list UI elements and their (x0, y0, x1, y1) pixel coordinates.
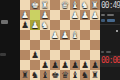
piece-black-pawn: ♟ (60, 60, 70, 70)
panel-divider (100, 24, 120, 25)
square-h5[interactable] (20, 40, 30, 50)
square-d2[interactable] (60, 10, 70, 20)
panel-button-2[interactable] (107, 19, 115, 22)
black-clock: 00:00 (100, 55, 120, 67)
piece-white-pawn: ♟ (60, 30, 70, 40)
opponent-rating-bar (106, 51, 111, 53)
square-g4[interactable] (30, 30, 40, 40)
square-g5[interactable] (30, 40, 40, 50)
piece-black-bishop: ♝ (40, 70, 50, 80)
piece-black-knight: ♞ (30, 70, 40, 80)
square-g8[interactable]: ♞ (30, 70, 40, 80)
square-d6[interactable] (60, 50, 70, 60)
piece-white-pawn: ♟ (70, 10, 80, 20)
piece-black-knight: ♞ (80, 70, 90, 80)
square-b5[interactable] (80, 40, 90, 50)
white-clock-time: 00:49 (100, 0, 120, 12)
square-f7[interactable]: ♟ (40, 60, 50, 70)
square-f4[interactable] (40, 30, 50, 40)
piece-white-pawn: ♟ (50, 30, 60, 40)
square-c6[interactable] (70, 50, 80, 60)
square-d8[interactable]: ♛ (60, 70, 70, 80)
white-clock: 00:49 (100, 0, 120, 12)
square-d1[interactable]: ♛ (60, 0, 70, 10)
right-panel: 00:49 00:00 (100, 0, 120, 80)
piece-white-knight: ♞ (40, 20, 50, 30)
piece-white-queen: ♛ (60, 0, 70, 10)
square-a1[interactable]: ♜ (90, 0, 100, 10)
square-a7[interactable]: ♟ (90, 60, 100, 70)
piece-black-pawn: ♟ (70, 60, 80, 70)
app-window: ♚♜♛♝♞♜♟♟♟♟♟♟♟♞♟♟♝♟♟♟♟♟♟♟♜♞♝♚♛♝♞♜ 00:49 0… (0, 0, 120, 80)
black-clock-time: 00:00 (100, 55, 120, 67)
square-c5[interactable] (70, 40, 80, 50)
square-b2[interactable]: ♟ (80, 10, 90, 20)
square-h4[interactable] (20, 30, 30, 40)
player-rating-bar (107, 14, 114, 16)
square-g6[interactable]: ♟ (30, 50, 40, 60)
piece-white-king: ♚ (30, 0, 40, 10)
player-name-bar (101, 14, 105, 16)
square-b7[interactable]: ♟ (80, 60, 90, 70)
square-h1[interactable] (20, 0, 30, 10)
square-b8[interactable]: ♞ (80, 70, 90, 80)
square-g1[interactable]: ♚ (30, 0, 40, 10)
piece-white-pawn: ♟ (30, 20, 40, 30)
square-b4[interactable] (80, 30, 90, 40)
piece-white-rook: ♜ (40, 0, 50, 10)
piece-white-pawn: ♟ (80, 10, 90, 20)
square-h8[interactable]: ♜ (20, 70, 30, 80)
piece-black-pawn: ♟ (40, 60, 50, 70)
piece-black-queen: ♛ (60, 70, 70, 80)
piece-black-pawn: ♟ (50, 60, 60, 70)
square-a3[interactable] (90, 20, 100, 30)
piece-black-pawn: ♟ (20, 20, 30, 30)
piece-white-knight: ♞ (80, 0, 90, 10)
sidebar-glyph-icon[interactable] (1, 20, 8, 24)
square-d5[interactable] (60, 40, 70, 50)
piece-black-rook: ♜ (20, 70, 30, 80)
sidebar-glyph2-icon (0, 53, 6, 56)
square-e7[interactable]: ♟ (50, 60, 60, 70)
square-f5[interactable] (40, 40, 50, 50)
square-f6[interactable] (40, 50, 50, 60)
square-a2[interactable]: ♟ (90, 10, 100, 20)
square-f8[interactable]: ♝ (40, 70, 50, 80)
piece-white-bishop: ♝ (70, 30, 80, 40)
square-f2[interactable]: ♟ (40, 10, 50, 20)
square-a5[interactable] (90, 40, 100, 50)
piece-black-bishop: ♝ (70, 70, 80, 80)
left-sidebar (0, 0, 20, 80)
square-a6[interactable] (90, 50, 100, 60)
square-g3[interactable]: ♟ (30, 20, 40, 30)
piece-black-pawn: ♟ (90, 60, 100, 70)
square-b3[interactable] (80, 20, 90, 30)
piece-white-pawn: ♟ (20, 10, 30, 20)
piece-black-pawn: ♟ (80, 60, 90, 70)
square-d7[interactable]: ♟ (60, 60, 70, 70)
square-h6[interactable] (20, 50, 30, 60)
square-d3[interactable] (60, 20, 70, 30)
square-e2[interactable] (50, 10, 60, 20)
square-c8[interactable]: ♝ (70, 70, 80, 80)
square-c1[interactable]: ♝ (70, 0, 80, 10)
square-h7[interactable] (20, 60, 30, 70)
square-g7[interactable] (30, 60, 40, 70)
ellipsis-icon[interactable] (116, 30, 118, 32)
square-h3[interactable]: ♟ (20, 20, 30, 30)
square-e6[interactable] (50, 50, 60, 60)
square-b1[interactable]: ♞ (80, 0, 90, 10)
square-c3[interactable] (70, 20, 80, 30)
square-c4[interactable]: ♝ (70, 30, 80, 40)
opponent-name-bar (101, 51, 104, 53)
square-e4[interactable]: ♟ (50, 30, 60, 40)
square-g2[interactable] (30, 10, 40, 20)
piece-black-rook: ♜ (90, 70, 100, 80)
chess-board[interactable]: ♚♜♛♝♞♜♟♟♟♟♟♟♟♞♟♟♝♟♟♟♟♟♟♟♜♞♝♚♛♝♞♜ (20, 0, 100, 80)
square-f1[interactable]: ♜ (40, 0, 50, 10)
panel-button-1[interactable] (101, 19, 105, 22)
square-a4[interactable] (90, 30, 100, 40)
square-a8[interactable]: ♜ (90, 70, 100, 80)
square-c2[interactable]: ♟ (70, 10, 80, 20)
square-c7[interactable]: ♟ (70, 60, 80, 70)
piece-white-pawn: ♟ (40, 10, 50, 20)
piece-white-rook: ♜ (90, 0, 100, 10)
piece-black-king: ♚ (50, 70, 60, 80)
piece-white-bishop: ♝ (70, 0, 80, 10)
square-f3[interactable]: ♞ (40, 20, 50, 30)
square-b6[interactable] (80, 50, 90, 60)
square-e5[interactable] (50, 40, 60, 50)
square-e8[interactable]: ♚ (50, 70, 60, 80)
square-d4[interactable]: ♟ (60, 30, 70, 40)
piece-black-pawn: ♟ (30, 50, 40, 60)
square-h2[interactable]: ♟ (20, 10, 30, 20)
square-e3[interactable] (50, 20, 60, 30)
piece-white-pawn: ♟ (90, 10, 100, 20)
square-e1[interactable] (50, 0, 60, 10)
